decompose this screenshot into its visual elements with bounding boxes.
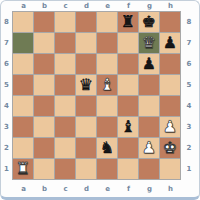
file-label-e: e: [97, 1, 118, 11]
rank-label-5: 5: [1, 74, 12, 95]
square-a2[interactable]: [13, 138, 33, 158]
square-g5[interactable]: [139, 75, 159, 95]
square-g6[interactable]: ♟: [139, 54, 159, 74]
square-b7[interactable]: [34, 33, 54, 53]
black-pawn[interactable]: ♟: [142, 54, 156, 74]
rank-label-7: 7: [182, 32, 196, 53]
white-pawn[interactable]: ♟: [163, 117, 177, 137]
file-label-f: f: [118, 1, 139, 11]
file-label-h: h: [160, 182, 181, 196]
square-c5[interactable]: [55, 75, 75, 95]
square-e1[interactable]: [97, 159, 117, 179]
white-pawn[interactable]: ♟: [142, 138, 156, 158]
square-g2[interactable]: ♟: [139, 138, 159, 158]
square-g1[interactable]: [139, 159, 159, 179]
square-e2[interactable]: ♞: [97, 138, 117, 158]
square-a8[interactable]: [13, 12, 33, 32]
square-c7[interactable]: [55, 33, 75, 53]
rank-label-3: 3: [182, 116, 196, 137]
square-h6[interactable]: [160, 54, 180, 74]
rank-label-6: 6: [1, 53, 12, 74]
rank-labels-right: 87654321: [182, 11, 196, 180]
square-g8[interactable]: ♚: [139, 12, 159, 32]
square-d1[interactable]: [76, 159, 96, 179]
file-label-a: a: [13, 182, 34, 196]
square-b3[interactable]: [34, 117, 54, 137]
square-e7[interactable]: [97, 33, 117, 53]
square-a5[interactable]: [13, 75, 33, 95]
square-f7[interactable]: [118, 33, 138, 53]
square-d4[interactable]: [76, 96, 96, 116]
rank-label-8: 8: [182, 11, 196, 32]
square-f4[interactable]: [118, 96, 138, 116]
rank-labels-left: 87654321: [1, 11, 12, 180]
square-e8[interactable]: [97, 12, 117, 32]
square-a3[interactable]: [13, 117, 33, 137]
black-knight[interactable]: ♞: [100, 138, 114, 158]
file-label-a: a: [13, 1, 34, 11]
square-c6[interactable]: [55, 54, 75, 74]
square-f2[interactable]: [118, 138, 138, 158]
square-g4[interactable]: [139, 96, 159, 116]
square-a7[interactable]: [13, 33, 33, 53]
square-h3[interactable]: ♟: [160, 117, 180, 137]
square-f8[interactable]: ♜: [118, 12, 138, 32]
file-label-b: b: [34, 1, 55, 11]
square-b5[interactable]: [34, 75, 54, 95]
file-label-g: g: [139, 1, 160, 11]
square-e5[interactable]: ♝: [97, 75, 117, 95]
square-b1[interactable]: [34, 159, 54, 179]
square-b6[interactable]: [34, 54, 54, 74]
black-rook[interactable]: ♜: [121, 12, 135, 32]
square-g3[interactable]: [139, 117, 159, 137]
file-label-c: c: [55, 1, 76, 11]
square-a6[interactable]: [13, 54, 33, 74]
square-e3[interactable]: [97, 117, 117, 137]
white-bishop[interactable]: ♝: [100, 75, 114, 95]
rank-label-4: 4: [1, 95, 12, 116]
square-f6[interactable]: [118, 54, 138, 74]
square-d6[interactable]: [76, 54, 96, 74]
square-h4[interactable]: [160, 96, 180, 116]
square-d2[interactable]: [76, 138, 96, 158]
square-a4[interactable]: [13, 96, 33, 116]
chess-diagram-frame: abcdefgh 87654321 ♜♚♛♟♟♛♝♝♟♞♟♚♜ 87654321…: [0, 0, 200, 200]
file-label-c: c: [55, 182, 76, 196]
square-c2[interactable]: [55, 138, 75, 158]
rank-label-5: 5: [182, 74, 196, 95]
black-queen[interactable]: ♛: [79, 75, 93, 95]
rank-label-2: 2: [182, 137, 196, 158]
square-c1[interactable]: [55, 159, 75, 179]
rank-label-4: 4: [182, 95, 196, 116]
white-king[interactable]: ♚: [163, 138, 177, 158]
file-label-e: e: [97, 182, 118, 196]
square-d3[interactable]: [76, 117, 96, 137]
black-pawn[interactable]: ♟: [163, 33, 177, 53]
rank-label-3: 3: [1, 116, 12, 137]
chess-board[interactable]: ♜♚♛♟♟♛♝♝♟♞♟♚♜: [12, 11, 181, 180]
square-g7[interactable]: ♛: [139, 33, 159, 53]
file-label-b: b: [34, 182, 55, 196]
square-b8[interactable]: [34, 12, 54, 32]
white-rook[interactable]: ♜: [16, 159, 30, 179]
rank-label-8: 8: [1, 11, 12, 32]
square-d8[interactable]: [76, 12, 96, 32]
file-labels-top: abcdefgh: [13, 1, 180, 11]
square-f5[interactable]: [118, 75, 138, 95]
square-c4[interactable]: [55, 96, 75, 116]
square-b4[interactable]: [34, 96, 54, 116]
file-label-h: h: [160, 1, 181, 11]
file-label-d: d: [76, 182, 97, 196]
file-label-d: d: [76, 1, 97, 11]
rank-label-2: 2: [1, 137, 12, 158]
rank-label-6: 6: [182, 53, 196, 74]
white-queen[interactable]: ♛: [142, 33, 156, 53]
square-h2[interactable]: ♚: [160, 138, 180, 158]
square-c3[interactable]: [55, 117, 75, 137]
square-f3[interactable]: ♝: [118, 117, 138, 137]
square-h1[interactable]: [160, 159, 180, 179]
black-bishop[interactable]: ♝: [121, 117, 135, 137]
file-label-g: g: [139, 182, 160, 196]
square-f1[interactable]: [118, 159, 138, 179]
black-king[interactable]: ♚: [142, 12, 156, 32]
square-d7[interactable]: [76, 33, 96, 53]
square-e4[interactable]: [97, 96, 117, 116]
square-a1[interactable]: ♜: [13, 159, 33, 179]
square-h7[interactable]: ♟: [160, 33, 180, 53]
square-e6[interactable]: [97, 54, 117, 74]
square-h5[interactable]: [160, 75, 180, 95]
file-labels-bottom: abcdefgh: [13, 182, 180, 196]
file-label-f: f: [118, 182, 139, 196]
square-h8[interactable]: [160, 12, 180, 32]
square-c8[interactable]: [55, 12, 75, 32]
square-b2[interactable]: [34, 138, 54, 158]
rank-label-1: 1: [1, 158, 12, 179]
square-d5[interactable]: ♛: [76, 75, 96, 95]
rank-label-7: 7: [1, 32, 12, 53]
rank-label-1: 1: [182, 158, 196, 179]
